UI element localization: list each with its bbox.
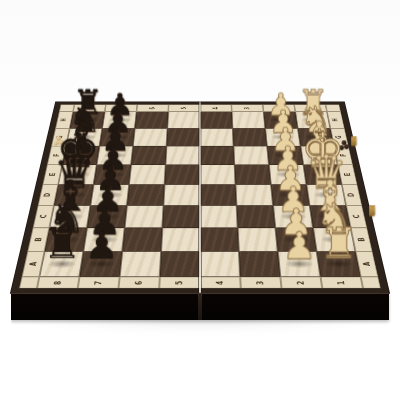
square-d6: [127, 185, 165, 206]
square-d5: [163, 185, 200, 206]
product-photo-chess-set: 87654321HHGGFFEEDDCCBBAA87654321 ♜♟♟♜♞♟♟…: [0, 0, 400, 400]
square-e6: [129, 165, 165, 185]
coord-label-text: 3: [244, 107, 251, 109]
coord-label-rank: 3: [231, 105, 263, 112]
square-b4: [200, 228, 239, 252]
square-g4: [200, 128, 234, 146]
square-a6: [120, 251, 161, 276]
coord-label-text: A: [362, 262, 372, 266]
board: 87654321HHGGFFEEDDCCBBAA87654321 ♜♟♟♜♞♟♟…: [11, 102, 389, 293]
coord-label-text: 7: [94, 281, 103, 285]
coord-label-text: 1: [337, 281, 347, 285]
coord-label-text: B: [34, 237, 43, 241]
square-f4: [200, 146, 234, 165]
coord-label-rank: 6: [118, 277, 159, 289]
clasp-far-icon: [351, 136, 357, 146]
coord-label-text: G: [335, 136, 343, 139]
square-c5: [162, 206, 200, 228]
square-b5: [161, 228, 200, 252]
coord-label-text: 2: [275, 107, 282, 109]
square-d4: [200, 185, 237, 206]
coord-label-text: D: [348, 193, 357, 197]
clasp-near-icon: [369, 205, 375, 216]
coord-label-rank: 8: [37, 277, 80, 289]
coord-label-file: A: [356, 251, 379, 276]
black-rook-glyph: ♜: [43, 222, 81, 264]
fold-seam: [199, 102, 201, 293]
coord-label-rank: 2: [280, 277, 322, 289]
square-c3: [237, 206, 276, 228]
square-a3: [239, 251, 280, 276]
board-front-face: [11, 293, 389, 320]
coord-label-text: H: [60, 118, 68, 121]
coord-label-text: E: [343, 173, 351, 176]
coord-label-text: 7: [117, 107, 124, 109]
coord-label-text: F: [53, 154, 61, 157]
coord-label-text: 8: [54, 281, 64, 285]
coord-label-text: C: [39, 215, 48, 219]
square-a5: [160, 251, 200, 276]
square-f5: [166, 146, 200, 165]
coord-label-rank: 4: [200, 105, 232, 112]
coord-label-text: B: [357, 237, 366, 241]
coord-label-text: 8: [86, 107, 93, 109]
coord-label-text: 4: [216, 281, 225, 285]
coord-label-text: 6: [135, 281, 144, 285]
square-a4: [200, 251, 240, 276]
coord-label-rank: 3: [240, 277, 281, 289]
coord-label-text: 4: [212, 107, 219, 109]
square-e5: [165, 165, 200, 185]
square-d3: [235, 185, 273, 206]
square-c4: [200, 206, 238, 228]
white-pawn-glyph: ♟: [282, 226, 316, 264]
coord-label-text: 2: [296, 281, 305, 285]
square-h3: [232, 112, 265, 129]
coord-label-rank: 5: [168, 105, 200, 112]
coord-label-rank: 6: [137, 105, 169, 112]
square-g3: [233, 128, 267, 146]
coord-label-text: 5: [175, 281, 184, 285]
coord-label-text: C: [352, 215, 361, 219]
square-g5: [166, 128, 200, 146]
square-f6: [131, 146, 166, 165]
coord-label-text: 5: [181, 107, 188, 109]
coord-label-text: E: [48, 173, 56, 176]
scene: 87654321HHGGFFEEDDCCBBAA87654321 ♜♟♟♜♞♟♟…: [0, 0, 400, 400]
square-f3: [234, 146, 269, 165]
coord-label-text: 1: [307, 107, 314, 109]
black-pawn-glyph: ♟: [84, 226, 118, 264]
coord-label-text: 6: [149, 107, 156, 109]
white-rook-glyph: ♜: [319, 222, 357, 264]
square-h5: [167, 112, 200, 129]
coord-label-rank: 1: [321, 277, 364, 289]
square-h6: [135, 112, 168, 129]
coord-label-text: G: [57, 136, 65, 139]
square-h4: [200, 112, 233, 129]
square-e3: [234, 165, 270, 185]
square-g6: [133, 128, 167, 146]
square-b3: [238, 228, 278, 252]
coord-label-text: H: [332, 118, 340, 121]
coord-label-text: D: [44, 193, 53, 197]
border-corner: [361, 277, 381, 289]
square-c6: [125, 206, 164, 228]
coord-label-rank: 4: [200, 277, 241, 289]
square-b6: [122, 228, 162, 252]
coord-label-text: 3: [256, 281, 265, 285]
coord-label-rank: 5: [159, 277, 200, 289]
square-e4: [200, 165, 235, 185]
coord-label-text: A: [28, 262, 38, 266]
coord-label-text: F: [339, 154, 347, 157]
coord-label-rank: 7: [78, 277, 120, 289]
